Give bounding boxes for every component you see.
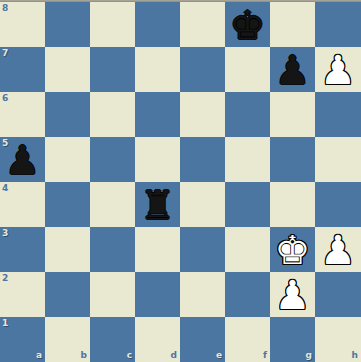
rank-label-4: 4 [2,184,8,193]
square-h3[interactable]: ♟ [315,227,361,272]
square-h4[interactable] [315,182,361,227]
square-a5[interactable]: 5♟ [0,137,45,182]
square-g4[interactable] [270,182,315,227]
square-a7[interactable]: 7 [0,47,45,92]
square-e5[interactable] [180,137,225,182]
file-label-c: c [127,351,132,360]
square-g6[interactable] [270,92,315,137]
rank-label-7: 7 [2,49,8,58]
square-f8[interactable]: ♚ [225,2,270,47]
square-c3[interactable] [90,227,135,272]
file-label-b: b [81,351,87,360]
rank-label-2: 2 [2,274,8,283]
square-e2[interactable] [180,272,225,317]
piece-black-king-f8[interactable]: ♚ [225,2,270,47]
square-b2[interactable] [45,272,90,317]
square-d7[interactable] [135,47,180,92]
piece-white-pawn-g2[interactable]: ♟ [270,272,315,317]
rank-label-6: 6 [2,94,8,103]
square-d4[interactable]: ♜ [135,182,180,227]
square-e4[interactable] [180,182,225,227]
square-e1[interactable]: e [180,317,225,362]
square-h1[interactable]: h [315,317,361,362]
square-d2[interactable] [135,272,180,317]
square-d6[interactable] [135,92,180,137]
square-b8[interactable] [45,2,90,47]
square-f7[interactable] [225,47,270,92]
square-b4[interactable] [45,182,90,227]
file-label-e: e [216,351,222,360]
square-a8[interactable]: 8 [0,2,45,47]
square-g2[interactable]: ♟ [270,272,315,317]
piece-white-pawn-h3[interactable]: ♟ [315,227,361,272]
square-a1[interactable]: 1a [0,317,45,362]
file-label-f: f [263,351,267,360]
square-h2[interactable] [315,272,361,317]
square-e6[interactable] [180,92,225,137]
square-h8[interactable] [315,2,361,47]
square-f1[interactable]: f [225,317,270,362]
square-c1[interactable]: c [90,317,135,362]
square-f3[interactable] [225,227,270,272]
square-g3[interactable]: ♚ [270,227,315,272]
file-label-g: g [306,351,312,360]
piece-black-pawn-g7[interactable]: ♟ [270,47,315,92]
square-c2[interactable] [90,272,135,317]
square-f5[interactable] [225,137,270,182]
square-h6[interactable] [315,92,361,137]
chess-board: 8♚7♟♟65♟4♜3♚♟2♟1abcdefgh [0,2,361,362]
piece-black-pawn-a5[interactable]: ♟ [0,137,45,182]
chess-app: 8♚7♟♟65♟4♜3♚♟2♟1abcdefgh [0,0,361,362]
square-d1[interactable]: d [135,317,180,362]
square-g7[interactable]: ♟ [270,47,315,92]
square-f4[interactable] [225,182,270,227]
rank-label-3: 3 [2,229,8,238]
square-c7[interactable] [90,47,135,92]
piece-black-rook-d4[interactable]: ♜ [135,182,180,227]
file-label-d: d [171,351,177,360]
square-f6[interactable] [225,92,270,137]
square-g5[interactable] [270,137,315,182]
square-a6[interactable]: 6 [0,92,45,137]
square-d5[interactable] [135,137,180,182]
square-a4[interactable]: 4 [0,182,45,227]
rank-label-8: 8 [2,4,8,13]
square-d8[interactable] [135,2,180,47]
square-g1[interactable]: g [270,317,315,362]
square-a2[interactable]: 2 [0,272,45,317]
square-b3[interactable] [45,227,90,272]
square-b5[interactable] [45,137,90,182]
square-h5[interactable] [315,137,361,182]
square-b6[interactable] [45,92,90,137]
piece-white-king-g3[interactable]: ♚ [270,227,315,272]
square-d3[interactable] [135,227,180,272]
square-c5[interactable] [90,137,135,182]
square-c4[interactable] [90,182,135,227]
square-c6[interactable] [90,92,135,137]
square-h7[interactable]: ♟ [315,47,361,92]
square-e7[interactable] [180,47,225,92]
square-e3[interactable] [180,227,225,272]
rank-label-1: 1 [2,319,8,328]
square-f2[interactable] [225,272,270,317]
square-b7[interactable] [45,47,90,92]
square-a3[interactable]: 3 [0,227,45,272]
square-e8[interactable] [180,2,225,47]
piece-white-pawn-h7[interactable]: ♟ [315,47,361,92]
square-c8[interactable] [90,2,135,47]
square-b1[interactable]: b [45,317,90,362]
file-label-a: a [36,351,42,360]
file-label-h: h [352,351,358,360]
square-g8[interactable] [270,2,315,47]
